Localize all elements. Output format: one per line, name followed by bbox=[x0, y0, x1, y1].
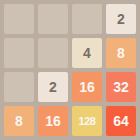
tile-2-r3c2: 2 bbox=[38, 72, 68, 102]
empty-cell-r2c2 bbox=[38, 38, 68, 68]
board-2048[interactable]: 2482163281612864 bbox=[0, 0, 140, 140]
tile-16-r3c3: 16 bbox=[72, 72, 102, 102]
empty-cell-r3c1 bbox=[4, 72, 34, 102]
tile-64-r4c4: 64 bbox=[106, 106, 136, 136]
tile-8-r2c4: 8 bbox=[106, 38, 136, 68]
tile-4-r2c3: 4 bbox=[72, 38, 102, 68]
tile-32-r3c4: 32 bbox=[106, 72, 136, 102]
tile-8-r4c1: 8 bbox=[4, 106, 34, 136]
empty-cell-r1c2 bbox=[38, 4, 68, 34]
tile-128-r4c3: 128 bbox=[72, 106, 102, 136]
empty-cell-r2c1 bbox=[4, 38, 34, 68]
tile-2-r1c4: 2 bbox=[106, 4, 136, 34]
tile-16-r4c2: 16 bbox=[38, 106, 68, 136]
empty-cell-r1c1 bbox=[4, 4, 34, 34]
empty-cell-r1c3 bbox=[72, 4, 102, 34]
